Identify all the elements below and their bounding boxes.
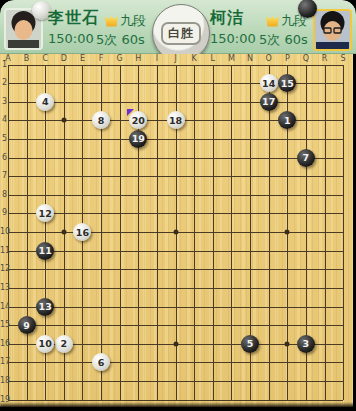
row-label: 16 (0, 340, 7, 348)
star-point (285, 230, 290, 235)
column-label: G (117, 54, 123, 63)
column-label: M (228, 54, 235, 63)
left-player-name: 李世石 (48, 8, 99, 29)
column-label: O (266, 54, 272, 63)
right-player-name: 柯洁 (210, 8, 244, 29)
stone-white: 6 (92, 353, 110, 371)
star-point (61, 230, 66, 235)
grid-line (8, 251, 343, 252)
row-label: 18 (0, 377, 7, 385)
column-label: L (211, 54, 215, 63)
grid-line (231, 65, 232, 400)
star-point (173, 230, 178, 235)
left-player-time: 150:00 (48, 31, 94, 46)
stone-black: 9 (18, 316, 36, 334)
grid-line (194, 65, 195, 400)
stone-black: 11 (36, 242, 54, 260)
grid-line (343, 65, 344, 400)
column-label: H (135, 54, 141, 63)
grid-line (8, 362, 343, 363)
column-label: S (341, 54, 346, 63)
row-label: 5 (0, 135, 7, 143)
column-label: J (174, 54, 176, 63)
stone-black: 15 (278, 74, 296, 92)
stone-black: 7 (297, 149, 315, 167)
right-player-photo (315, 11, 350, 49)
row-label: 4 (0, 116, 7, 124)
row-label: 15 (0, 321, 7, 329)
row-label: 7 (0, 172, 7, 180)
column-label: R (322, 54, 328, 63)
row-label: 17 (0, 358, 7, 366)
left-player-rank: 九段 (105, 12, 146, 30)
row-label: 11 (0, 247, 7, 255)
row-label: 9 (0, 209, 7, 217)
stone-black: 3 (297, 335, 315, 353)
column-label: K (192, 54, 197, 63)
stone-white: 18 (167, 111, 185, 129)
row-label: 2 (0, 79, 7, 87)
row-label: 6 (0, 154, 7, 162)
stone-black: 19 (129, 130, 147, 148)
star-point (61, 118, 66, 123)
right-player-byoyomi: 5次 60s (259, 31, 308, 49)
stone-black: 5 (241, 335, 259, 353)
row-label: 12 (0, 265, 7, 273)
stone-white: 14 (260, 74, 278, 92)
column-label: C (42, 54, 48, 63)
row-label: 13 (0, 284, 7, 292)
grid-line (269, 65, 270, 400)
column-label: N (247, 54, 253, 63)
stone-white: 20 (129, 111, 147, 129)
star-point (285, 341, 290, 346)
column-label: E (80, 54, 85, 63)
row-label: 3 (0, 98, 7, 106)
grid-line (8, 269, 343, 270)
star-point (173, 341, 178, 346)
crown-icon (266, 16, 279, 27)
stone-white: 4 (36, 93, 54, 111)
stone-black: 1 (278, 111, 296, 129)
right-player-avatar[interactable] (313, 9, 352, 51)
column-label: I (156, 54, 158, 63)
grid-line (8, 325, 343, 326)
crown-icon (105, 16, 118, 27)
left-player-byoyomi: 5次 60s (96, 31, 145, 49)
top-bar: 李世石 九段 150:00 5次 60s 白胜 柯洁 九段 150:00 5次 … (0, 0, 356, 54)
grid-line (325, 65, 326, 400)
row-label: 10 (0, 228, 7, 236)
row-label: 1 (0, 61, 7, 69)
stone-white: 8 (92, 111, 110, 129)
grid-line (8, 381, 343, 382)
stone-white: 12 (36, 204, 54, 222)
go-board[interactable]: A1B2C3D4E5F6G7H8I9J10K11L12M13N14O15P16Q… (0, 54, 353, 407)
grid-line (8, 288, 343, 289)
column-label: Q (303, 54, 309, 63)
stone-white: 16 (73, 223, 91, 241)
grid-line (8, 400, 343, 401)
grid-line (8, 307, 343, 308)
column-label: D (61, 54, 67, 63)
result-label: 白胜 (161, 22, 201, 45)
right-player-time: 150:00 (210, 31, 256, 46)
stone-black: 13 (36, 298, 54, 316)
stone-white: 10 (36, 335, 54, 353)
stone-white: 2 (55, 335, 73, 353)
column-label: B (24, 54, 30, 63)
left-player-rank-label: 九段 (120, 12, 146, 30)
last-move-marker (127, 109, 134, 116)
column-label: F (99, 54, 104, 63)
row-label: 19 (0, 396, 7, 404)
app-window: 李世石 九段 150:00 5次 60s 白胜 柯洁 九段 150:00 5次 … (0, 0, 356, 411)
row-label: 8 (0, 191, 7, 199)
grid-line (213, 65, 214, 400)
column-label: P (285, 54, 290, 63)
row-label: 14 (0, 303, 7, 311)
stone-black: 17 (260, 93, 278, 111)
